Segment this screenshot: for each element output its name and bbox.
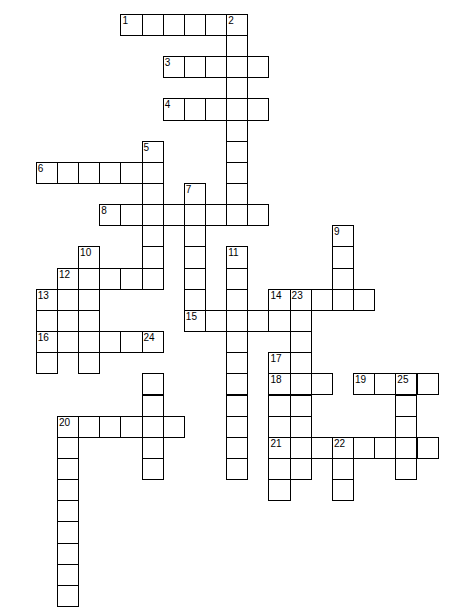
cell-r6c9[interactable]: [226, 141, 248, 163]
cell-r9c4[interactable]: [120, 204, 142, 226]
cell-r15c4[interactable]: [120, 331, 142, 353]
cell-r17c18[interactable]: [417, 373, 439, 395]
clue-number-8: 8: [101, 205, 107, 216]
cell-r9c9[interactable]: [226, 204, 248, 226]
cell-r13c14[interactable]: [332, 289, 354, 311]
cell-r21c14[interactable]: [332, 458, 354, 480]
cell-r22c11[interactable]: [268, 479, 290, 501]
cell-r0c9[interactable]: 2: [226, 14, 248, 36]
cell-r11c14[interactable]: [332, 246, 354, 268]
cell-r19c9[interactable]: [226, 416, 248, 438]
cell-r24c1[interactable]: [57, 521, 79, 543]
cell-r17c5[interactable]: [142, 373, 164, 395]
cell-r19c11[interactable]: [268, 416, 290, 438]
cell-r12c14[interactable]: [332, 268, 354, 290]
cell-r16c9[interactable]: [226, 352, 248, 374]
cell-r15c2[interactable]: [78, 331, 100, 353]
clue-number-23: 23: [292, 290, 303, 301]
cell-r15c12[interactable]: [290, 331, 312, 353]
cell-r2c9[interactable]: [226, 56, 248, 78]
cell-r2c10[interactable]: [247, 56, 269, 78]
clue-number-1: 1: [122, 15, 128, 26]
clue-number-21: 21: [270, 438, 281, 449]
cell-r21c5[interactable]: [142, 458, 164, 480]
cell-r13c12[interactable]: 23: [290, 289, 312, 311]
cell-r10c7[interactable]: [184, 225, 206, 247]
cell-r19c1[interactable]: 20: [57, 416, 79, 438]
cell-r16c12[interactable]: [290, 352, 312, 374]
cell-r20c17[interactable]: [395, 437, 417, 459]
cell-r21c17[interactable]: [395, 458, 417, 480]
cell-r22c14[interactable]: [332, 479, 354, 501]
cell-r0c8[interactable]: [205, 14, 227, 36]
cell-r7c4[interactable]: [120, 162, 142, 184]
clue-number-20: 20: [59, 417, 70, 428]
cell-r12c2[interactable]: [78, 268, 100, 290]
clue-number-17: 17: [270, 353, 281, 364]
cell-r17c15[interactable]: 19: [353, 373, 375, 395]
cell-r1c9[interactable]: [226, 35, 248, 57]
clue-number-3: 3: [165, 57, 171, 68]
cell-r20c5[interactable]: [142, 437, 164, 459]
cell-r20c9[interactable]: [226, 437, 248, 459]
clue-number-5: 5: [144, 142, 150, 153]
cell-r4c9[interactable]: [226, 98, 248, 120]
clue-number-2: 2: [228, 15, 234, 26]
cell-r25c1[interactable]: [57, 543, 79, 565]
clue-number-4: 4: [165, 99, 171, 110]
cell-r18c12[interactable]: [290, 395, 312, 417]
cell-r2c8[interactable]: [205, 56, 227, 78]
cell-r11c7[interactable]: [184, 246, 206, 268]
cell-r13c2[interactable]: [78, 289, 100, 311]
cell-r20c11[interactable]: 21: [268, 437, 290, 459]
cell-r21c1[interactable]: [57, 458, 79, 480]
cell-r14c11[interactable]: [268, 310, 290, 332]
cell-r13c1[interactable]: [57, 289, 79, 311]
cell-r26c1[interactable]: [57, 564, 79, 586]
clue-number-14: 14: [270, 290, 281, 301]
cell-r7c2[interactable]: [78, 162, 100, 184]
cell-r15c0[interactable]: 16: [36, 331, 58, 353]
cell-r17c11[interactable]: 18: [268, 373, 290, 395]
cell-r16c2[interactable]: [78, 352, 100, 374]
cell-r13c9[interactable]: [226, 289, 248, 311]
clue-number-22: 22: [334, 438, 345, 449]
cell-r12c4[interactable]: [120, 268, 142, 290]
cell-r19c6[interactable]: [163, 416, 185, 438]
cell-r22c1[interactable]: [57, 479, 79, 501]
cell-r19c4[interactable]: [120, 416, 142, 438]
cell-r19c17[interactable]: [395, 416, 417, 438]
cell-r11c9[interactable]: 11: [226, 246, 248, 268]
cell-r17c12[interactable]: [290, 373, 312, 395]
cell-r21c11[interactable]: [268, 458, 290, 480]
cell-r13c0[interactable]: 13: [36, 289, 58, 311]
cell-r23c1[interactable]: [57, 500, 79, 522]
cell-r15c9[interactable]: [226, 331, 248, 353]
clue-number-15: 15: [186, 311, 197, 322]
cell-r9c6[interactable]: [163, 204, 185, 226]
cell-r4c7[interactable]: [184, 98, 206, 120]
cell-r14c9[interactable]: [226, 310, 248, 332]
cell-r3c9[interactable]: [226, 77, 248, 99]
cell-r16c0[interactable]: [36, 352, 58, 374]
cell-r15c5[interactable]: 24: [142, 331, 164, 353]
cell-r19c12[interactable]: [290, 416, 312, 438]
cell-r8c9[interactable]: [226, 183, 248, 205]
clue-number-24: 24: [144, 332, 155, 343]
cell-r13c13[interactable]: [311, 289, 333, 311]
cell-r17c9[interactable]: [226, 373, 248, 395]
cell-r14c2[interactable]: [78, 310, 100, 332]
cell-r18c9[interactable]: [226, 395, 248, 417]
cell-r20c16[interactable]: [374, 437, 396, 459]
cell-r14c12[interactable]: [290, 310, 312, 332]
crossword-board: 1234567891011121314231516241718192520212…: [0, 0, 466, 609]
cell-r21c12[interactable]: [290, 458, 312, 480]
cell-r7c1[interactable]: [57, 162, 79, 184]
clue-number-12: 12: [59, 269, 70, 280]
cell-r0c7[interactable]: [184, 14, 206, 36]
cell-r27c1[interactable]: [57, 585, 79, 607]
cell-r11c2[interactable]: 10: [78, 246, 100, 268]
cell-r7c3[interactable]: [99, 162, 121, 184]
cell-r8c5[interactable]: [142, 183, 164, 205]
cell-r6c5[interactable]: 5: [142, 141, 164, 163]
cell-r2c7[interactable]: [184, 56, 206, 78]
cell-r18c5[interactable]: [142, 395, 164, 417]
cell-r20c12[interactable]: [290, 437, 312, 459]
clue-number-10: 10: [80, 247, 91, 258]
cell-r19c3[interactable]: [99, 416, 121, 438]
cell-r20c13[interactable]: [311, 437, 333, 459]
cell-r0c6[interactable]: [163, 14, 185, 36]
cell-r12c3[interactable]: [99, 268, 121, 290]
cell-r14c10[interactable]: [247, 310, 269, 332]
clue-number-16: 16: [38, 332, 49, 343]
clue-number-9: 9: [334, 226, 340, 237]
cell-r4c8[interactable]: [205, 98, 227, 120]
cell-r9c8[interactable]: [205, 204, 227, 226]
cell-r10c5[interactable]: [142, 225, 164, 247]
cell-r7c9[interactable]: [226, 162, 248, 184]
cell-r12c7[interactable]: [184, 268, 206, 290]
cell-r9c3[interactable]: 8: [99, 204, 121, 226]
cell-r17c17[interactable]: 25: [395, 373, 417, 395]
cell-r12c9[interactable]: [226, 268, 248, 290]
cell-r0c4[interactable]: 1: [120, 14, 142, 36]
cell-r15c1[interactable]: [57, 331, 79, 353]
cell-r11c5[interactable]: [142, 246, 164, 268]
cell-r9c10[interactable]: [247, 204, 269, 226]
cell-r9c5[interactable]: [142, 204, 164, 226]
cell-r20c15[interactable]: [353, 437, 375, 459]
clue-number-13: 13: [38, 290, 49, 301]
cell-r13c15[interactable]: [353, 289, 375, 311]
cell-r15c3[interactable]: [99, 331, 121, 353]
clue-number-6: 6: [38, 163, 44, 174]
cell-r14c7[interactable]: 15: [184, 310, 206, 332]
cell-r19c5[interactable]: [142, 416, 164, 438]
cell-r18c17[interactable]: [395, 395, 417, 417]
cell-r14c0[interactable]: [36, 310, 58, 332]
cell-r21c9[interactable]: [226, 458, 248, 480]
cell-r8c7[interactable]: 7: [184, 183, 206, 205]
clue-number-25: 25: [397, 374, 408, 385]
cell-r13c7[interactable]: [184, 289, 206, 311]
clue-number-7: 7: [186, 184, 192, 195]
cell-r20c1[interactable]: [57, 437, 79, 459]
cell-r17c13[interactable]: [311, 373, 333, 395]
cell-r5c9[interactable]: [226, 120, 248, 142]
cell-r4c6[interactable]: 4: [163, 98, 185, 120]
cell-r17c16[interactable]: [374, 373, 396, 395]
cell-r10c14[interactable]: 9: [332, 225, 354, 247]
cell-r4c10[interactable]: [247, 98, 269, 120]
cell-r16c11[interactable]: 17: [268, 352, 290, 374]
cell-r0c5[interactable]: [142, 14, 164, 36]
cell-r12c1[interactable]: 12: [57, 268, 79, 290]
cell-r2c6[interactable]: 3: [163, 56, 185, 78]
cell-r20c18[interactable]: [417, 437, 439, 459]
cell-r14c8[interactable]: [205, 310, 227, 332]
cell-r9c7[interactable]: [184, 204, 206, 226]
cell-r18c11[interactable]: [268, 395, 290, 417]
clue-number-11: 11: [228, 247, 238, 258]
cell-r20c14[interactable]: 22: [332, 437, 354, 459]
cell-r13c11[interactable]: 14: [268, 289, 290, 311]
cell-r12c5[interactable]: [142, 268, 164, 290]
cell-r7c5[interactable]: [142, 162, 164, 184]
clue-number-19: 19: [355, 374, 366, 385]
clue-number-18: 18: [270, 374, 281, 385]
cell-r19c2[interactable]: [78, 416, 100, 438]
cell-r7c0[interactable]: 6: [36, 162, 58, 184]
